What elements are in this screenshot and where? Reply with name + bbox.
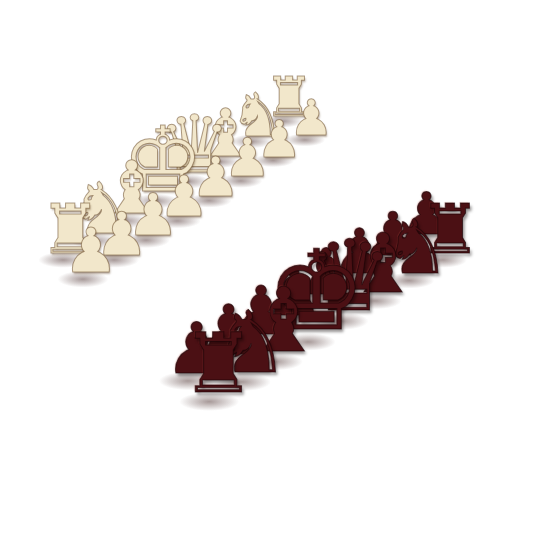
- square-a4[interactable]: [329, 158, 385, 198]
- pieces-layer: ♜♞♝♛♚♝♞♜♟♟♟♟♟♟♟♟♟♟♟♟♟♟♟♟♜♞♝♛♚♝♞♜: [0, 0, 533, 533]
- square-b4[interactable]: [296, 179, 351, 219]
- square-h4[interactable]: [106, 298, 158, 338]
- fold-seam-notch: [366, 351, 374, 373]
- piece-black-rook-h8[interactable]: ♜: [181, 323, 255, 406]
- chess-set-photo: Folding wooden chess set on white backgr…: [0, 0, 533, 533]
- fold-seam-notch: [101, 348, 106, 369]
- piece-white-pawn-h2[interactable]: ♟: [63, 222, 118, 284]
